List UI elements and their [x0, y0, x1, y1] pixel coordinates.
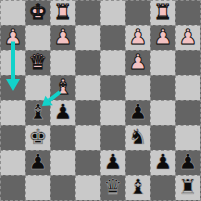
square-d7[interactable]: ♟	[100, 150, 125, 175]
piece-black-pawn[interactable]: ♟	[179, 152, 198, 173]
square-c5[interactable]: ♟	[125, 100, 150, 125]
square-g2[interactable]	[25, 25, 50, 50]
square-g1[interactable]: ♚	[25, 0, 50, 25]
square-b1[interactable]: ♜	[150, 0, 175, 25]
piece-white-pawn[interactable]: ♟	[179, 27, 198, 48]
square-c1[interactable]	[125, 0, 150, 25]
square-d6[interactable]	[100, 125, 125, 150]
piece-black-pawn[interactable]: ♟	[54, 102, 73, 123]
square-d5[interactable]	[100, 100, 125, 125]
square-c4[interactable]	[125, 75, 150, 100]
square-h5[interactable]	[0, 100, 25, 125]
square-f3[interactable]	[50, 50, 75, 75]
piece-black-bishop[interactable]: ♝	[29, 102, 48, 123]
piece-black-bishop[interactable]: ♝	[129, 177, 148, 198]
square-e6[interactable]	[75, 125, 100, 150]
square-a6[interactable]	[175, 125, 200, 150]
square-g5[interactable]: ♝	[25, 100, 50, 125]
square-b7[interactable]: ♟	[150, 150, 175, 175]
piece-white-pawn[interactable]: ♟	[154, 27, 173, 48]
square-b2[interactable]: ♟	[150, 25, 175, 50]
square-g6[interactable]: ♚	[25, 125, 50, 150]
square-h2[interactable]: ♟	[0, 25, 25, 50]
square-f1[interactable]: ♜	[50, 0, 75, 25]
piece-white-bishop[interactable]: ♝	[54, 77, 73, 98]
piece-black-knight[interactable]: ♞	[129, 127, 148, 148]
chess-board: ♚♜♜♟♟♟♟♟♛♟♝♝♟♟♚♞♟♟♟♟♛♝♜	[0, 0, 201, 201]
square-g8[interactable]	[25, 175, 50, 200]
piece-white-pawn[interactable]: ♟	[129, 27, 148, 48]
square-a2[interactable]: ♟	[175, 25, 200, 50]
square-d8[interactable]: ♛	[100, 175, 125, 200]
piece-white-king[interactable]: ♚	[29, 2, 48, 23]
piece-black-queen[interactable]: ♛	[104, 177, 123, 198]
square-b6[interactable]	[150, 125, 175, 150]
square-d3[interactable]	[100, 50, 125, 75]
square-a8[interactable]: ♜	[175, 175, 200, 200]
square-h4[interactable]	[0, 75, 25, 100]
square-f5[interactable]: ♟	[50, 100, 75, 125]
square-c2[interactable]: ♟	[125, 25, 150, 50]
square-h1[interactable]	[0, 0, 25, 25]
square-g7[interactable]: ♟	[25, 150, 50, 175]
square-h8[interactable]	[0, 175, 25, 200]
square-f6[interactable]	[50, 125, 75, 150]
piece-black-pawn[interactable]: ♟	[129, 102, 148, 123]
square-g3[interactable]: ♛	[25, 50, 50, 75]
square-c6[interactable]: ♞	[125, 125, 150, 150]
piece-black-rook[interactable]: ♜	[179, 177, 198, 198]
square-c8[interactable]: ♝	[125, 175, 150, 200]
piece-white-pawn[interactable]: ♟	[4, 27, 23, 48]
square-f2[interactable]: ♟	[50, 25, 75, 50]
square-e8[interactable]	[75, 175, 100, 200]
piece-black-pawn[interactable]: ♟	[29, 152, 48, 173]
piece-black-king[interactable]: ♚	[29, 127, 48, 148]
piece-black-pawn[interactable]: ♟	[104, 152, 123, 173]
square-h6[interactable]	[0, 125, 25, 150]
piece-white-queen[interactable]: ♛	[29, 52, 48, 73]
square-a5[interactable]	[175, 100, 200, 125]
square-b8[interactable]	[150, 175, 175, 200]
square-e2[interactable]	[75, 25, 100, 50]
square-h7[interactable]	[0, 150, 25, 175]
piece-black-pawn[interactable]: ♟	[154, 152, 173, 173]
square-g4[interactable]	[25, 75, 50, 100]
square-a7[interactable]: ♟	[175, 150, 200, 175]
square-a4[interactable]	[175, 75, 200, 100]
piece-white-rook[interactable]: ♜	[154, 2, 173, 23]
square-e7[interactable]	[75, 150, 100, 175]
square-c7[interactable]	[125, 150, 150, 175]
square-b5[interactable]	[150, 100, 175, 125]
square-e3[interactable]	[75, 50, 100, 75]
square-f8[interactable]	[50, 175, 75, 200]
square-a3[interactable]	[175, 50, 200, 75]
square-c3[interactable]: ♟	[125, 50, 150, 75]
piece-white-pawn[interactable]: ♟	[129, 52, 148, 73]
square-f7[interactable]	[50, 150, 75, 175]
square-d4[interactable]	[100, 75, 125, 100]
square-b4[interactable]	[150, 75, 175, 100]
piece-white-pawn[interactable]: ♟	[54, 27, 73, 48]
square-b3[interactable]	[150, 50, 175, 75]
square-e4[interactable]	[75, 75, 100, 100]
square-e1[interactable]	[75, 0, 100, 25]
square-d1[interactable]	[100, 0, 125, 25]
square-f4[interactable]: ♝	[50, 75, 75, 100]
square-d2[interactable]	[100, 25, 125, 50]
square-h3[interactable]	[0, 50, 25, 75]
piece-white-rook[interactable]: ♜	[54, 2, 73, 23]
square-a1[interactable]	[175, 0, 200, 25]
square-e5[interactable]	[75, 100, 100, 125]
